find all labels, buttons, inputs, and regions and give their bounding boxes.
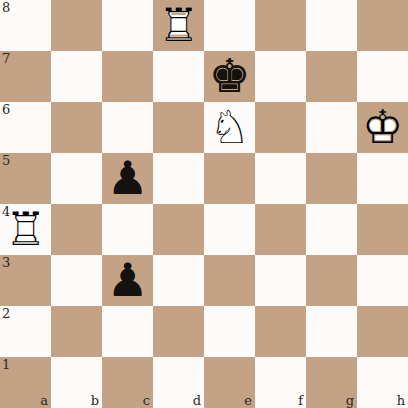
white-rook[interactable]: ♜♖ <box>0 204 51 255</box>
file-label-h: h <box>397 394 405 408</box>
black-pawn-outline-glyph: ♟ <box>102 153 153 204</box>
square-g8[interactable] <box>306 0 357 51</box>
square-h8[interactable] <box>357 0 408 51</box>
square-h6[interactable]: ♚♔ <box>357 102 408 153</box>
square-g3[interactable] <box>306 255 357 306</box>
square-c5[interactable]: ♟♟ <box>102 153 153 204</box>
file-label-f: f <box>298 394 303 408</box>
file-label-a: a <box>40 394 48 408</box>
square-d3[interactable] <box>153 255 204 306</box>
square-a5[interactable]: 5 <box>0 153 51 204</box>
rank-label-6: 6 <box>2 102 10 117</box>
square-g2[interactable] <box>306 306 357 357</box>
rank-label-5: 5 <box>2 153 10 168</box>
file-label-e: e <box>244 394 252 408</box>
rank-label-8: 8 <box>2 0 10 15</box>
square-d1[interactable]: d <box>153 357 204 408</box>
square-b4[interactable] <box>51 204 102 255</box>
square-a1[interactable]: 1a <box>0 357 51 408</box>
square-b1[interactable]: b <box>51 357 102 408</box>
white-king-outline-glyph: ♔ <box>357 102 408 153</box>
square-b6[interactable] <box>51 102 102 153</box>
square-c6[interactable] <box>102 102 153 153</box>
black-king-outline-glyph: ♚ <box>204 51 255 102</box>
square-f3[interactable] <box>255 255 306 306</box>
black-pawn[interactable]: ♟♟ <box>102 153 153 204</box>
square-g5[interactable] <box>306 153 357 204</box>
square-h4[interactable] <box>357 204 408 255</box>
square-e6[interactable]: ♞♘ <box>204 102 255 153</box>
rank-label-2: 2 <box>2 306 10 321</box>
square-a3[interactable]: 3 <box>0 255 51 306</box>
square-d6[interactable] <box>153 102 204 153</box>
square-c3[interactable]: ♟♟ <box>102 255 153 306</box>
square-e8[interactable] <box>204 0 255 51</box>
white-king[interactable]: ♚♔ <box>357 102 408 153</box>
file-label-c: c <box>143 394 150 408</box>
black-pawn-outline-glyph: ♟ <box>102 255 153 306</box>
square-g7[interactable] <box>306 51 357 102</box>
white-rook-outline-glyph: ♖ <box>0 204 51 255</box>
square-a2[interactable]: 2 <box>0 306 51 357</box>
square-d2[interactable] <box>153 306 204 357</box>
square-e4[interactable] <box>204 204 255 255</box>
square-a8[interactable]: 8 <box>0 0 51 51</box>
square-b3[interactable] <box>51 255 102 306</box>
square-h1[interactable]: h <box>357 357 408 408</box>
white-knight-outline-glyph: ♘ <box>204 102 255 153</box>
rank-label-1: 1 <box>2 357 10 372</box>
square-e7[interactable]: ♚♚ <box>204 51 255 102</box>
white-rook-outline-glyph: ♖ <box>153 0 204 51</box>
square-a4[interactable]: 4♜♖ <box>0 204 51 255</box>
chess-board: 8♜♖7♚♚6♞♘♚♔5♟♟4♜♖3♟♟21abcdefgh <box>0 0 408 408</box>
black-king[interactable]: ♚♚ <box>204 51 255 102</box>
square-f7[interactable] <box>255 51 306 102</box>
square-d8[interactable]: ♜♖ <box>153 0 204 51</box>
square-e3[interactable] <box>204 255 255 306</box>
square-f6[interactable] <box>255 102 306 153</box>
white-knight[interactable]: ♞♘ <box>204 102 255 153</box>
square-a6[interactable]: 6 <box>0 102 51 153</box>
square-h2[interactable] <box>357 306 408 357</box>
square-h7[interactable] <box>357 51 408 102</box>
square-d5[interactable] <box>153 153 204 204</box>
square-e2[interactable] <box>204 306 255 357</box>
square-e5[interactable] <box>204 153 255 204</box>
square-e1[interactable]: e <box>204 357 255 408</box>
square-f4[interactable] <box>255 204 306 255</box>
square-b8[interactable] <box>51 0 102 51</box>
square-b5[interactable] <box>51 153 102 204</box>
file-label-b: b <box>91 394 99 408</box>
square-f2[interactable] <box>255 306 306 357</box>
square-c7[interactable] <box>102 51 153 102</box>
rank-label-7: 7 <box>2 51 10 66</box>
square-b7[interactable] <box>51 51 102 102</box>
rank-label-3: 3 <box>2 255 10 270</box>
square-d7[interactable] <box>153 51 204 102</box>
square-b2[interactable] <box>51 306 102 357</box>
square-c2[interactable] <box>102 306 153 357</box>
black-pawn[interactable]: ♟♟ <box>102 255 153 306</box>
square-c4[interactable] <box>102 204 153 255</box>
square-h3[interactable] <box>357 255 408 306</box>
square-g1[interactable]: g <box>306 357 357 408</box>
square-h5[interactable] <box>357 153 408 204</box>
square-g6[interactable] <box>306 102 357 153</box>
square-c1[interactable]: c <box>102 357 153 408</box>
white-rook[interactable]: ♜♖ <box>153 0 204 51</box>
square-g4[interactable] <box>306 204 357 255</box>
square-c8[interactable] <box>102 0 153 51</box>
square-a7[interactable]: 7 <box>0 51 51 102</box>
square-f5[interactable] <box>255 153 306 204</box>
file-label-g: g <box>346 394 354 408</box>
square-d4[interactable] <box>153 204 204 255</box>
square-f1[interactable]: f <box>255 357 306 408</box>
file-label-d: d <box>193 394 201 408</box>
square-f8[interactable] <box>255 0 306 51</box>
